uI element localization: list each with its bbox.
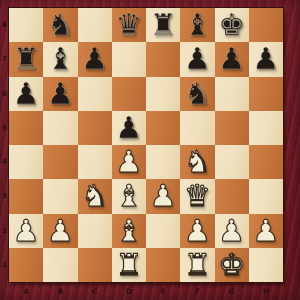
square-a7[interactable]: ♜ [9, 42, 43, 76]
square-f6[interactable]: ♞ [180, 77, 214, 111]
piece-black-pawn-f7: ♟ [184, 44, 211, 74]
piece-white-queen-f3: ♛ [184, 181, 211, 211]
square-g7[interactable]: ♟ [215, 42, 249, 76]
square-a5[interactable] [9, 111, 43, 145]
piece-black-pawn-g7: ♟ [218, 44, 245, 74]
square-h4[interactable] [249, 145, 283, 179]
piece-black-knight-b8: ♞ [47, 10, 74, 40]
square-e2[interactable] [146, 214, 180, 248]
square-a2[interactable]: ♟ [9, 214, 43, 248]
square-b5[interactable] [43, 111, 77, 145]
square-d5[interactable]: ♟ [112, 111, 146, 145]
piece-black-pawn-d5: ♟ [115, 113, 142, 143]
square-e8[interactable]: ♜ [146, 8, 180, 42]
rank-label-2: 2 [0, 214, 9, 248]
piece-black-pawn-c7: ♟ [81, 44, 108, 74]
square-g6[interactable] [215, 77, 249, 111]
file-label-a: A [9, 282, 43, 300]
square-f1[interactable]: ♜ [180, 248, 214, 282]
piece-white-pawn-h2: ♟ [252, 216, 279, 246]
square-d8[interactable]: ♛ [112, 8, 146, 42]
rank-label-3: 3 [0, 179, 9, 213]
rank-label-7: 7 [0, 42, 9, 76]
square-g3[interactable] [215, 179, 249, 213]
square-d3[interactable]: ♝ [112, 179, 146, 213]
square-c3[interactable]: ♞ [78, 179, 112, 213]
piece-white-pawn-f2: ♟ [184, 216, 211, 246]
piece-white-pawn-e3: ♟ [150, 181, 177, 211]
piece-white-bishop-d2: ♝ [115, 216, 142, 246]
square-e7[interactable] [146, 42, 180, 76]
square-g8[interactable]: ♚ [215, 8, 249, 42]
piece-black-pawn-b6: ♟ [47, 79, 74, 109]
piece-black-bishop-f8: ♝ [184, 10, 211, 40]
chessboard-frame: ♞♛♜♝♚♜♝♟♟♟♟♟♟♞♟♟♞♞♝♟♛♟♟♝♟♟♟♜♜♚ 87654321A… [0, 0, 300, 300]
file-label-e: E [146, 282, 180, 300]
square-c6[interactable] [78, 77, 112, 111]
piece-white-rook-d1: ♜ [115, 250, 142, 280]
piece-black-pawn-a6: ♟ [13, 79, 40, 109]
square-g2[interactable]: ♟ [215, 214, 249, 248]
square-d4[interactable]: ♟ [112, 145, 146, 179]
square-e4[interactable] [146, 145, 180, 179]
piece-white-rook-f1: ♜ [184, 250, 211, 280]
rank-label-5: 5 [0, 111, 9, 145]
piece-black-king-g8: ♚ [218, 10, 245, 40]
square-f7[interactable]: ♟ [180, 42, 214, 76]
square-b1[interactable] [43, 248, 77, 282]
square-f8[interactable]: ♝ [180, 8, 214, 42]
square-c1[interactable] [78, 248, 112, 282]
piece-black-rook-e8: ♜ [150, 10, 177, 40]
square-g1[interactable]: ♚ [215, 248, 249, 282]
square-f3[interactable]: ♛ [180, 179, 214, 213]
piece-white-pawn-g2: ♟ [218, 216, 245, 246]
piece-white-pawn-a2: ♟ [13, 216, 40, 246]
square-g4[interactable] [215, 145, 249, 179]
square-h2[interactable]: ♟ [249, 214, 283, 248]
square-b6[interactable]: ♟ [43, 77, 77, 111]
square-a8[interactable] [9, 8, 43, 42]
square-e6[interactable] [146, 77, 180, 111]
square-b7[interactable]: ♝ [43, 42, 77, 76]
square-f2[interactable]: ♟ [180, 214, 214, 248]
piece-white-knight-f4: ♞ [184, 147, 211, 177]
square-a1[interactable] [9, 248, 43, 282]
square-d2[interactable]: ♝ [112, 214, 146, 248]
square-e5[interactable] [146, 111, 180, 145]
square-h7[interactable]: ♟ [249, 42, 283, 76]
square-g5[interactable] [215, 111, 249, 145]
square-b4[interactable] [43, 145, 77, 179]
square-a6[interactable]: ♟ [9, 77, 43, 111]
piece-white-king-g1: ♚ [218, 250, 245, 280]
square-e3[interactable]: ♟ [146, 179, 180, 213]
square-h8[interactable] [249, 8, 283, 42]
square-b8[interactable]: ♞ [43, 8, 77, 42]
file-label-c: C [78, 282, 112, 300]
square-a3[interactable] [9, 179, 43, 213]
rank-label-6: 6 [0, 77, 9, 111]
square-c7[interactable]: ♟ [78, 42, 112, 76]
square-h1[interactable] [249, 248, 283, 282]
file-label-d: D [112, 282, 146, 300]
square-d7[interactable] [112, 42, 146, 76]
square-f5[interactable] [180, 111, 214, 145]
square-b3[interactable] [43, 179, 77, 213]
square-a4[interactable] [9, 145, 43, 179]
square-h3[interactable] [249, 179, 283, 213]
square-e1[interactable] [146, 248, 180, 282]
piece-white-pawn-b2: ♟ [47, 216, 74, 246]
square-c4[interactable] [78, 145, 112, 179]
square-c8[interactable] [78, 8, 112, 42]
rank-label-4: 4 [0, 145, 9, 179]
piece-black-rook-a7: ♜ [13, 44, 40, 74]
square-c2[interactable] [78, 214, 112, 248]
file-label-g: G [215, 282, 249, 300]
chessboard: ♞♛♜♝♚♜♝♟♟♟♟♟♟♞♟♟♞♞♝♟♛♟♟♝♟♟♟♜♜♚ [9, 8, 283, 282]
square-h5[interactable] [249, 111, 283, 145]
piece-black-queen-d8: ♛ [115, 10, 142, 40]
file-label-h: H [249, 282, 283, 300]
square-d6[interactable] [112, 77, 146, 111]
square-b2[interactable]: ♟ [43, 214, 77, 248]
square-h6[interactable] [249, 77, 283, 111]
piece-white-knight-c3: ♞ [81, 181, 108, 211]
rank-label-1: 1 [0, 248, 9, 282]
rank-label-8: 8 [0, 8, 9, 42]
file-label-b: B [43, 282, 77, 300]
piece-black-bishop-b7: ♝ [47, 44, 74, 74]
file-label-f: F [180, 282, 214, 300]
piece-black-pawn-h7: ♟ [252, 44, 279, 74]
square-f4[interactable]: ♞ [180, 145, 214, 179]
square-c5[interactable] [78, 111, 112, 145]
piece-white-bishop-d3: ♝ [115, 181, 142, 211]
piece-white-pawn-d4: ♟ [115, 147, 142, 177]
piece-black-knight-f6: ♞ [184, 79, 211, 109]
square-d1[interactable]: ♜ [112, 248, 146, 282]
